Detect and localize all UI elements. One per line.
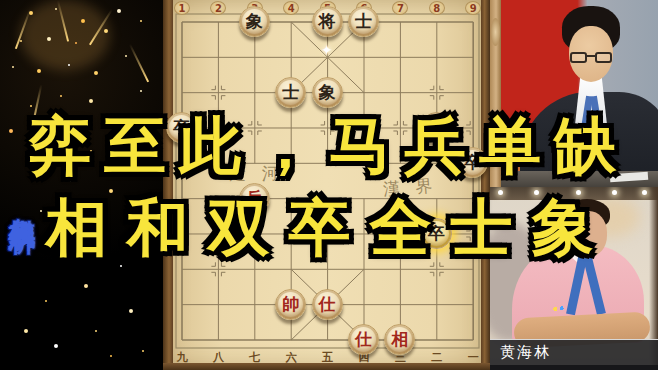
file-label-top: 1: [174, 1, 190, 15]
piece-red-king[interactable]: 帥: [275, 289, 306, 320]
file-label-bottom: 二: [428, 350, 446, 365]
player2-shirt-logo: [552, 305, 568, 313]
file-label-top: 8: [429, 1, 445, 15]
wood-pillar-knob: [491, 18, 500, 46]
file-label-bottom: 一: [464, 350, 482, 365]
file-label-bottom: 六: [282, 350, 300, 365]
firework-streak: [129, 44, 149, 83]
file-label-bottom: 九: [173, 350, 191, 365]
firework-sparks: [0, 0, 2, 2]
piece-black-advisor[interactable]: 士: [275, 77, 306, 108]
overlay-title-line2: 相和双卒全士象: [0, 186, 658, 270]
piece-black-elephant[interactable]: 象: [312, 77, 343, 108]
file-label-bottom: 七: [246, 350, 264, 365]
video-thumbnail: 象棋残局解析 123456789 九八七六五四三二一 楚 河 漢 界 ✦ 象将士…: [0, 0, 658, 370]
file-label-bottom: 八: [209, 350, 227, 365]
player-name-label: 黄海林: [490, 343, 551, 362]
piece-black-elephant[interactable]: 象: [239, 6, 270, 37]
piece-red-advisor[interactable]: 仕: [312, 289, 343, 320]
caption-lower-strip: [490, 365, 658, 370]
piece-black-advisor[interactable]: 士: [348, 6, 379, 37]
player1-glasses: [570, 52, 612, 64]
file-label-bottom: 五: [319, 350, 337, 365]
piece-black-king[interactable]: 将: [312, 6, 343, 37]
move-sparkle-marker: ✦: [321, 42, 333, 58]
overlay-title-line1: 弈至此，马兵单缺: [0, 104, 658, 188]
piece-red-advisor[interactable]: 仕: [348, 324, 379, 355]
name-caption-bar: 黄海林: [490, 339, 658, 365]
